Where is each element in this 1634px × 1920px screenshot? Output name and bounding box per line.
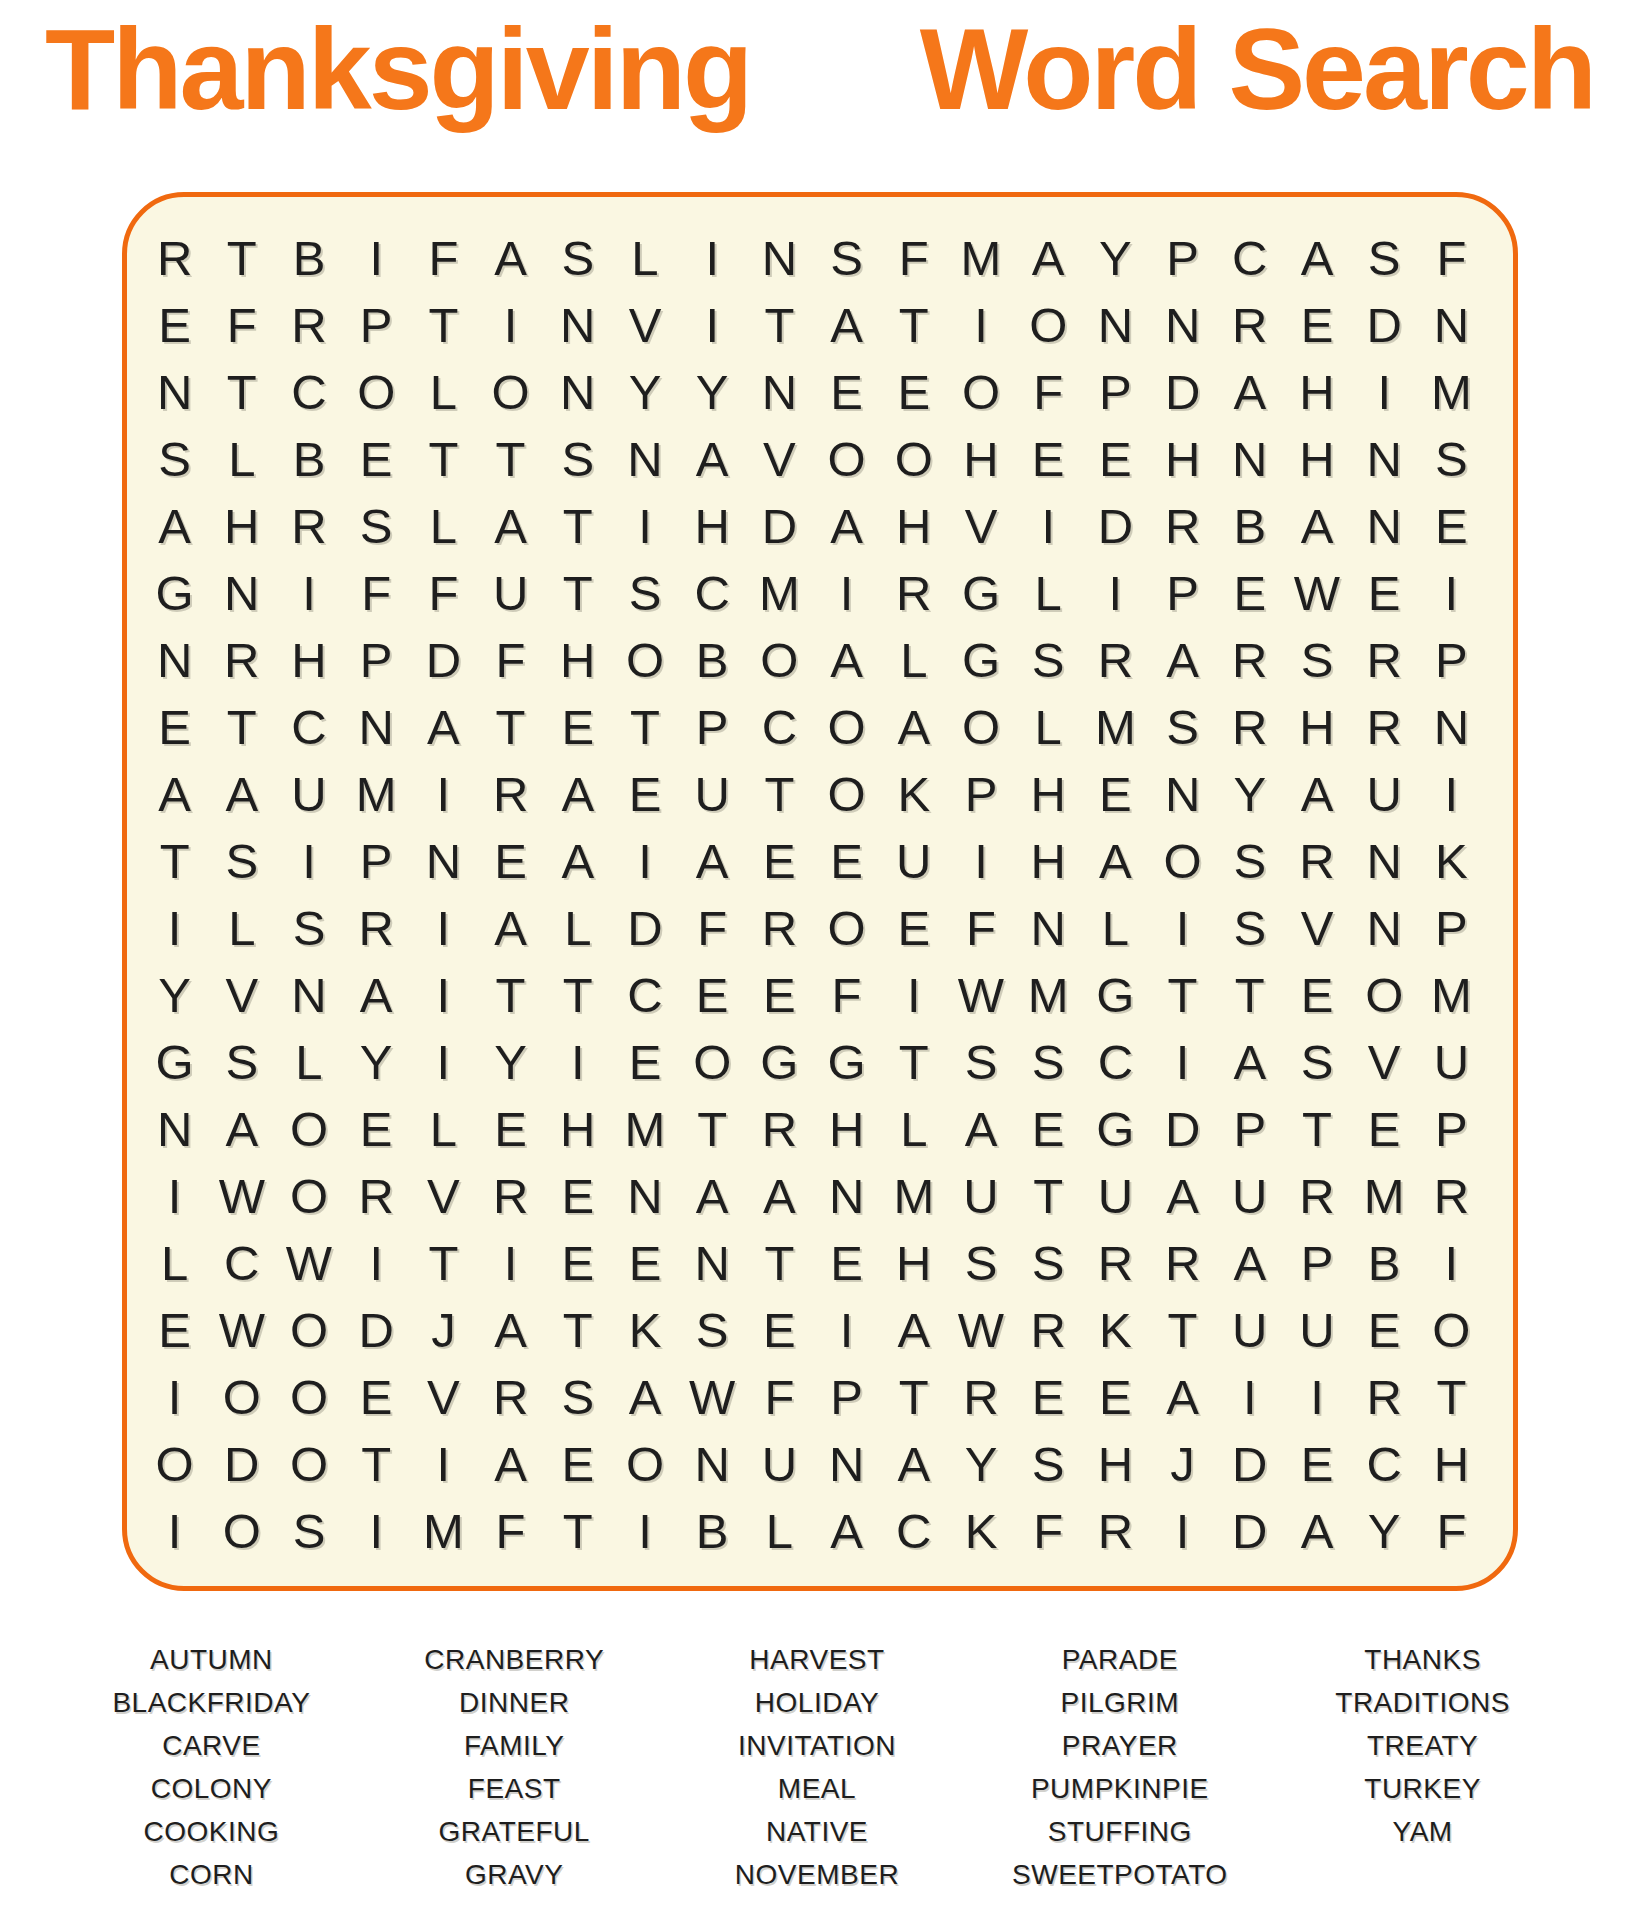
grid-cell: A <box>746 1162 813 1229</box>
grid-cell: K <box>947 1497 1014 1564</box>
grid-cell: O <box>141 1430 208 1497</box>
grid-cell: F <box>746 1363 813 1430</box>
grid-cell: A <box>544 827 611 894</box>
grid-cell: E <box>611 1028 678 1095</box>
grid-cell: E <box>746 1296 813 1363</box>
word-list-item: AUTUMN <box>60 1638 363 1681</box>
grid-cell: P <box>1149 224 1216 291</box>
grid-cell: N <box>1216 425 1283 492</box>
grid-cell: I <box>813 1296 880 1363</box>
grid-cell: L <box>880 626 947 693</box>
grid-cell: I <box>1283 1363 1350 1430</box>
grid-cell: E <box>544 1430 611 1497</box>
grid-cell: G <box>1082 961 1149 1028</box>
grid-cell: T <box>410 425 477 492</box>
grid-cell: E <box>880 358 947 425</box>
grid-cell: E <box>1351 1296 1418 1363</box>
grid-cell: I <box>1216 1363 1283 1430</box>
word-list-item: YAM <box>1271 1810 1574 1853</box>
grid-cell: R <box>1216 693 1283 760</box>
grid-cell: F <box>477 626 544 693</box>
grid-cell: E <box>679 961 746 1028</box>
grid-cell: I <box>1351 358 1418 425</box>
grid-cell: H <box>208 492 275 559</box>
grid-cell: D <box>1149 1095 1216 1162</box>
grid-cell: F <box>1418 224 1485 291</box>
grid-cell: N <box>208 559 275 626</box>
grid-cell: N <box>275 961 342 1028</box>
grid-cell: S <box>208 1028 275 1095</box>
grid-cell: S <box>141 425 208 492</box>
grid-cell: F <box>813 961 880 1028</box>
grid-cell: S <box>544 425 611 492</box>
grid-cell: E <box>1082 425 1149 492</box>
grid-cell: P <box>813 1363 880 1430</box>
grid-cell: D <box>1351 291 1418 358</box>
grid-cell: K <box>611 1296 678 1363</box>
grid-cell: L <box>1082 894 1149 961</box>
grid-cell: P <box>1418 894 1485 961</box>
grid-cell: T <box>746 291 813 358</box>
grid-cell: A <box>679 1162 746 1229</box>
grid-cell: N <box>343 693 410 760</box>
grid-cell: N <box>611 1162 678 1229</box>
word-list-item: SWEETPOTATO <box>968 1853 1271 1896</box>
grid-cell: G <box>141 559 208 626</box>
grid-cell: F <box>208 291 275 358</box>
grid-cell: E <box>141 693 208 760</box>
grid-cell: F <box>1418 1497 1485 1564</box>
grid-cell: W <box>208 1162 275 1229</box>
grid-cell: A <box>1149 1162 1216 1229</box>
grid-cell: E <box>880 894 947 961</box>
grid-cell: I <box>343 224 410 291</box>
grid-cell: A <box>141 760 208 827</box>
page-title-part-1: Thanksgiving <box>45 4 750 134</box>
grid-cell: A <box>880 693 947 760</box>
word-list: AUTUMNBLACKFRIDAYCARVECOLONYCOOKINGCORNC… <box>0 1638 1634 1896</box>
grid-cell: R <box>477 760 544 827</box>
grid-cell: N <box>679 1229 746 1296</box>
grid-cell: T <box>1149 961 1216 1028</box>
grid-cell: U <box>679 760 746 827</box>
grid-cell: S <box>611 559 678 626</box>
grid-cell: A <box>477 894 544 961</box>
grid-cell: S <box>947 1229 1014 1296</box>
grid-cell: Y <box>343 1028 410 1095</box>
grid-cell: I <box>477 1229 544 1296</box>
grid-cell: W <box>1283 559 1350 626</box>
grid-cell: S <box>1283 1028 1350 1095</box>
grid-cell: I <box>141 894 208 961</box>
grid-cell: A <box>343 961 410 1028</box>
grid-cell: L <box>410 492 477 559</box>
grid-cell: E <box>1351 1095 1418 1162</box>
word-list-item: PARADE <box>968 1638 1271 1681</box>
grid-cell: M <box>410 1497 477 1564</box>
grid-cell: J <box>1149 1430 1216 1497</box>
word-list-item: GRAVY <box>363 1853 666 1896</box>
grid-cell: D <box>1216 1497 1283 1564</box>
grid-cell: D <box>208 1430 275 1497</box>
word-list-item: NOVEMBER <box>666 1853 969 1896</box>
grid-cell: E <box>544 693 611 760</box>
grid-cell: C <box>746 693 813 760</box>
grid-cell: S <box>1015 626 1082 693</box>
grid-cell: N <box>1418 291 1485 358</box>
grid-cell: O <box>275 1095 342 1162</box>
grid-cell: E <box>1418 492 1485 559</box>
grid-cell: A <box>947 1095 1014 1162</box>
grid-cell: R <box>947 1363 1014 1430</box>
grid-cell: T <box>679 1095 746 1162</box>
grid-cell: H <box>947 425 1014 492</box>
grid-cell: L <box>275 1028 342 1095</box>
grid-cell: A <box>544 760 611 827</box>
grid-cell: O <box>275 1430 342 1497</box>
grid-cell: O <box>208 1497 275 1564</box>
grid-cell: H <box>1418 1430 1485 1497</box>
grid-cell: E <box>746 827 813 894</box>
grid-cell: K <box>880 760 947 827</box>
word-list-column: THANKSTRADITIONSTREATYTURKEYYAM <box>1271 1638 1574 1896</box>
grid-cell: E <box>1015 1363 1082 1430</box>
word-list-column: CRANBERRYDINNERFAMILYFEASTGRATEFULGRAVY <box>363 1638 666 1896</box>
grid-cell: I <box>880 961 947 1028</box>
grid-cell: O <box>343 358 410 425</box>
grid-cell: E <box>343 1095 410 1162</box>
grid-cell: L <box>1015 559 1082 626</box>
grid-cell: L <box>208 894 275 961</box>
grid-cell: R <box>1351 1363 1418 1430</box>
grid-cell: I <box>813 559 880 626</box>
grid-cell: M <box>1015 961 1082 1028</box>
grid-cell: C <box>880 1497 947 1564</box>
grid-cell: S <box>1015 1229 1082 1296</box>
grid-cell: T <box>141 827 208 894</box>
grid-cell: F <box>410 559 477 626</box>
grid-cell: N <box>1149 760 1216 827</box>
grid-cell: C <box>611 961 678 1028</box>
grid-cell: O <box>611 1430 678 1497</box>
grid-cell: O <box>813 425 880 492</box>
grid-cell: R <box>1082 1497 1149 1564</box>
grid-cell: G <box>813 1028 880 1095</box>
grid-cell: E <box>1283 1430 1350 1497</box>
grid-cell: O <box>880 425 947 492</box>
grid-cell: U <box>1418 1028 1485 1095</box>
grid-cell: N <box>410 827 477 894</box>
grid-cell: J <box>410 1296 477 1363</box>
grid-cell: C <box>1082 1028 1149 1095</box>
grid-cell: S <box>1216 894 1283 961</box>
grid-cell: R <box>275 291 342 358</box>
grid-cell: F <box>880 224 947 291</box>
grid-cell: I <box>410 1028 477 1095</box>
grid-cell: S <box>544 224 611 291</box>
grid-cell: O <box>275 1162 342 1229</box>
grid-cell: Y <box>477 1028 544 1095</box>
grid-cell: E <box>343 1363 410 1430</box>
grid-cell: A <box>410 693 477 760</box>
grid-cell: L <box>410 1095 477 1162</box>
grid-cell: A <box>679 425 746 492</box>
grid-cell: V <box>410 1363 477 1430</box>
grid-cell: O <box>208 1363 275 1430</box>
grid-cell: C <box>679 559 746 626</box>
grid-cell: R <box>477 1162 544 1229</box>
grid-cell: E <box>141 1296 208 1363</box>
grid-cell: I <box>611 492 678 559</box>
grid-cell: C <box>275 693 342 760</box>
grid-cell: H <box>544 1095 611 1162</box>
grid-cell: V <box>746 425 813 492</box>
grid-cell: R <box>343 1162 410 1229</box>
grid-cell: F <box>679 894 746 961</box>
grid-cell: S <box>813 224 880 291</box>
grid-cell: E <box>813 358 880 425</box>
word-list-item: BLACKFRIDAY <box>60 1681 363 1724</box>
grid-cell: D <box>611 894 678 961</box>
grid-cell: O <box>275 1363 342 1430</box>
grid-cell: A <box>208 1095 275 1162</box>
grid-cell: V <box>611 291 678 358</box>
grid-cell: F <box>477 1497 544 1564</box>
word-list-item: GRATEFUL <box>363 1810 666 1853</box>
grid-cell: N <box>1082 291 1149 358</box>
word-list-item: PUMPKINPIE <box>968 1767 1271 1810</box>
grid-cell: L <box>208 425 275 492</box>
grid-cell: T <box>880 1363 947 1430</box>
grid-cell: M <box>947 224 1014 291</box>
grid-cell: I <box>275 559 342 626</box>
word-list-item: HARVEST <box>666 1638 969 1681</box>
grid-cell: P <box>947 760 1014 827</box>
grid-cell: T <box>746 760 813 827</box>
word-list-item: TREATY <box>1271 1724 1574 1767</box>
word-list-item: FAMILY <box>363 1724 666 1767</box>
grid-cell: E <box>1216 559 1283 626</box>
grid-cell: T <box>410 1229 477 1296</box>
grid-cell: R <box>275 492 342 559</box>
grid-cell: I <box>141 1162 208 1229</box>
grid-cell: E <box>477 827 544 894</box>
grid-cell: I <box>1418 760 1485 827</box>
grid-cell: T <box>477 425 544 492</box>
grid-cell: P <box>1418 626 1485 693</box>
grid-cell: O <box>1418 1296 1485 1363</box>
grid-cell: L <box>611 224 678 291</box>
grid-cell: W <box>275 1229 342 1296</box>
grid-cell: O <box>813 760 880 827</box>
grid-cell: R <box>1149 492 1216 559</box>
word-list-item: COLONY <box>60 1767 363 1810</box>
grid-cell: S <box>1216 827 1283 894</box>
grid-cell: A <box>1283 760 1350 827</box>
grid-cell: T <box>1015 1162 1082 1229</box>
grid-cell: O <box>1015 291 1082 358</box>
grid-cell: E <box>141 291 208 358</box>
grid-cell: T <box>544 961 611 1028</box>
grid-cell: A <box>1283 492 1350 559</box>
grid-cell: G <box>141 1028 208 1095</box>
grid-cell: N <box>1351 894 1418 961</box>
grid-cell: C <box>208 1229 275 1296</box>
grid-cell: E <box>1082 1363 1149 1430</box>
grid-cell: O <box>275 1296 342 1363</box>
grid-cell: T <box>477 961 544 1028</box>
grid-cell: N <box>544 358 611 425</box>
grid-cell: H <box>880 492 947 559</box>
grid-cell: U <box>746 1430 813 1497</box>
word-list-item: FEAST <box>363 1767 666 1810</box>
grid-cell: E <box>1283 961 1350 1028</box>
grid-cell: T <box>477 693 544 760</box>
grid-cell: I <box>410 1430 477 1497</box>
grid-cell: R <box>746 1095 813 1162</box>
grid-cell: M <box>1418 961 1485 1028</box>
grid-cell: A <box>208 760 275 827</box>
grid-cell: Y <box>1082 224 1149 291</box>
grid-cell: B <box>1351 1229 1418 1296</box>
grid-cell: I <box>343 1497 410 1564</box>
word-list-item: CRANBERRY <box>363 1638 666 1681</box>
grid-cell: R <box>1216 291 1283 358</box>
grid-cell: S <box>1015 1430 1082 1497</box>
word-list-item: NATIVE <box>666 1810 969 1853</box>
grid-cell: O <box>947 358 1014 425</box>
grid-cell: P <box>343 626 410 693</box>
grid-cell: I <box>1015 492 1082 559</box>
grid-cell: Y <box>141 961 208 1028</box>
grid-cell: P <box>1216 1095 1283 1162</box>
grid-cell: P <box>343 827 410 894</box>
grid-cell: T <box>343 1430 410 1497</box>
grid-cell: I <box>410 760 477 827</box>
grid-cell: E <box>611 760 678 827</box>
grid-cell: F <box>343 559 410 626</box>
grid-cell: H <box>1082 1430 1149 1497</box>
grid-cell: I <box>947 827 1014 894</box>
grid-cell: I <box>611 827 678 894</box>
grid-cell: L <box>141 1229 208 1296</box>
grid-cell: S <box>1351 224 1418 291</box>
word-list-item: TURKEY <box>1271 1767 1574 1810</box>
grid-cell: I <box>141 1363 208 1430</box>
grid-cell: R <box>1149 1229 1216 1296</box>
grid-cell: T <box>208 693 275 760</box>
grid-cell: A <box>813 626 880 693</box>
grid-cell: A <box>880 1430 947 1497</box>
grid-cell: A <box>679 827 746 894</box>
grid-cell: I <box>1418 1229 1485 1296</box>
grid-cell: U <box>880 827 947 894</box>
grid-cell: P <box>679 693 746 760</box>
grid-cell: N <box>746 358 813 425</box>
grid-cell: I <box>1149 1497 1216 1564</box>
grid-cell: E <box>1283 291 1350 358</box>
grid-cell: E <box>544 1229 611 1296</box>
grid-cell: R <box>1015 1296 1082 1363</box>
grid-cell: N <box>141 626 208 693</box>
grid-cell: H <box>1015 760 1082 827</box>
grid-cell: U <box>1216 1296 1283 1363</box>
grid-cell: R <box>477 1363 544 1430</box>
grid-cell: I <box>410 961 477 1028</box>
grid-cell: H <box>1015 827 1082 894</box>
grid-cell: E <box>1015 1095 1082 1162</box>
grid-cell: E <box>1015 425 1082 492</box>
grid-cell: A <box>880 1296 947 1363</box>
grid-cell: C <box>1216 224 1283 291</box>
grid-cell: L <box>410 358 477 425</box>
grid-cell: D <box>1216 1430 1283 1497</box>
grid-cell: B <box>275 224 342 291</box>
grid-cell: W <box>947 961 1014 1028</box>
grid-cell: P <box>1082 358 1149 425</box>
grid-cell: U <box>1082 1162 1149 1229</box>
grid-cell: L <box>746 1497 813 1564</box>
grid-cell: D <box>746 492 813 559</box>
word-list-item: THANKS <box>1271 1638 1574 1681</box>
grid-cell: O <box>746 626 813 693</box>
grid-cell: S <box>1015 1028 1082 1095</box>
grid-cell: T <box>544 1497 611 1564</box>
grid-cell: H <box>813 1095 880 1162</box>
grid-cell: A <box>813 1497 880 1564</box>
grid-cell: R <box>1283 1162 1350 1229</box>
grid-cell: E <box>813 1229 880 1296</box>
grid-cell: M <box>611 1095 678 1162</box>
grid-cell: R <box>1283 827 1350 894</box>
grid-cell: W <box>947 1296 1014 1363</box>
grid-cell: U <box>947 1162 1014 1229</box>
word-list-column: HARVESTHOLIDAYINVITATIONMEALNATIVENOVEMB… <box>666 1638 969 1896</box>
grid-cell: O <box>477 358 544 425</box>
grid-cell: I <box>544 1028 611 1095</box>
grid-cell: K <box>1418 827 1485 894</box>
grid-cell: P <box>1418 1095 1485 1162</box>
grid-cell: C <box>1351 1430 1418 1497</box>
grid-cell: S <box>208 827 275 894</box>
grid-cell: R <box>1082 626 1149 693</box>
grid-cell: V <box>410 1162 477 1229</box>
grid-cell: A <box>1149 1363 1216 1430</box>
word-list-item: PRAYER <box>968 1724 1271 1767</box>
grid-cell: N <box>746 224 813 291</box>
grid-cell: S <box>679 1296 746 1363</box>
grid-cell: I <box>477 291 544 358</box>
grid-cell: S <box>275 894 342 961</box>
grid-cell: R <box>1216 626 1283 693</box>
grid-cell: E <box>611 1229 678 1296</box>
grid-cell: I <box>1082 559 1149 626</box>
grid-cell: M <box>1082 693 1149 760</box>
grid-cell: N <box>679 1430 746 1497</box>
grid-cell: H <box>1283 693 1350 760</box>
grid-cell: M <box>746 559 813 626</box>
grid-cell: I <box>611 1497 678 1564</box>
grid-cell: U <box>275 760 342 827</box>
grid-cell: U <box>477 559 544 626</box>
grid-cell: M <box>1418 358 1485 425</box>
grid-cell: R <box>1418 1162 1485 1229</box>
grid-cell: E <box>1351 559 1418 626</box>
grid-cell: B <box>679 1497 746 1564</box>
grid-cell: S <box>343 492 410 559</box>
grid-cell: I <box>947 291 1014 358</box>
grid-cell: F <box>410 224 477 291</box>
